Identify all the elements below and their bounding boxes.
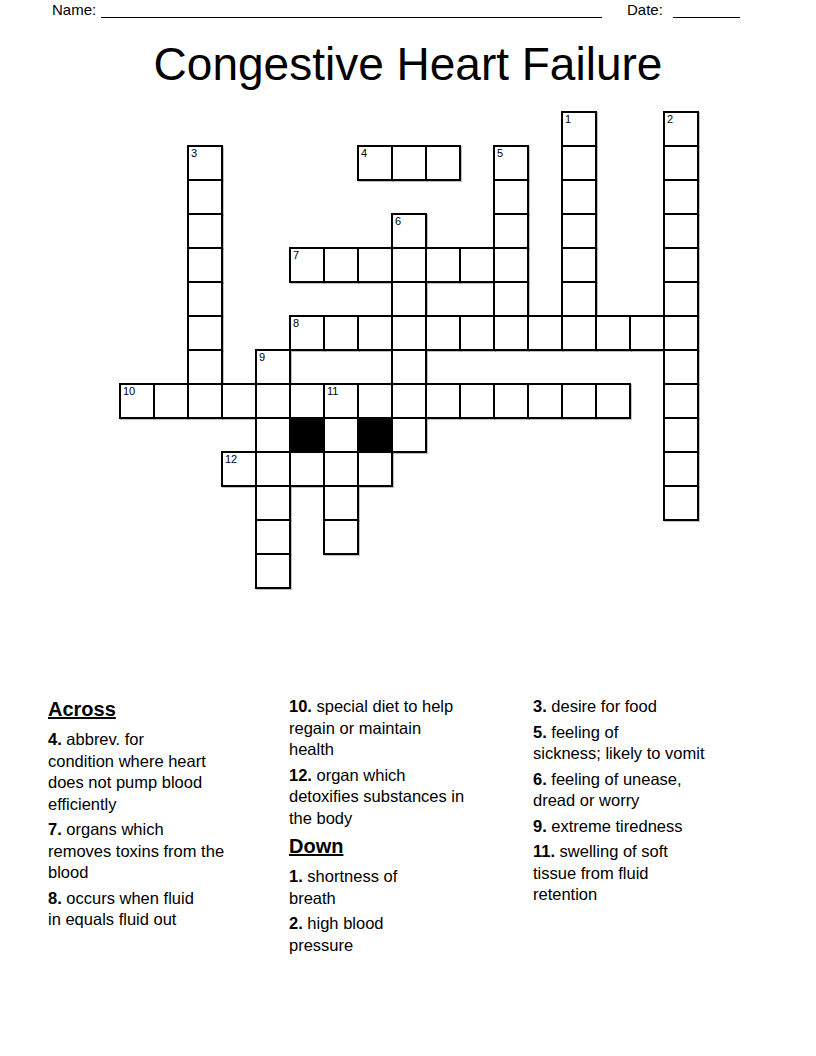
clue-text-line: retention (533, 884, 773, 906)
clue-2-down: 2. high bloodpressure (289, 913, 534, 956)
grid-cell[interactable] (255, 451, 291, 487)
crossword-worksheet: { "header": { "name_label": "Name:", "da… (0, 0, 816, 1056)
cell-number: 6 (395, 215, 401, 227)
grid-cell[interactable] (323, 519, 359, 555)
clue-column-2: 10. special diet to helpregain or mainta… (289, 696, 534, 960)
grid-cell[interactable] (357, 383, 393, 419)
clue-number: 7. (48, 820, 62, 838)
clue-text-line: 8. occurs when fluid (48, 888, 288, 910)
clue-text-line: 3. desire for food (533, 696, 773, 718)
grid-cell[interactable] (425, 145, 461, 181)
grid-cell[interactable] (391, 247, 427, 283)
clue-text-line: 6. feeling of unease, (533, 769, 773, 791)
grid-cell[interactable]: 7 (289, 247, 325, 283)
clue-text-line: 11. swelling of soft (533, 841, 773, 863)
clue-12-across: 12. organ whichdetoxifies substances int… (289, 765, 534, 830)
grid-cell[interactable] (561, 213, 597, 249)
clue-text-line: tissue from fluid (533, 863, 773, 885)
date-label: Date: (627, 1, 663, 18)
grid-cell[interactable] (391, 315, 427, 351)
clue-text-line: does not pump blood (48, 772, 288, 794)
clue-text-line: sickness; likely to vomit (533, 743, 773, 765)
grid-cell[interactable]: 9 (255, 349, 291, 385)
grid-cell[interactable] (663, 485, 699, 521)
clue-column-3: 3. desire for food 5. feeling ofsickness… (533, 696, 773, 910)
grid-cell[interactable] (663, 247, 699, 283)
grid-cell[interactable] (663, 179, 699, 215)
clue-column-1: Across 4. abbrev. forcondition where hea… (48, 696, 288, 935)
clue-number: 12. (289, 766, 312, 784)
clue-7-across: 7. organs whichremoves toxins from thebl… (48, 819, 288, 884)
grid-cell[interactable]: 8 (289, 315, 325, 351)
clue-text-line: 9. extreme tiredness (533, 816, 773, 838)
grid-cell[interactable] (595, 383, 631, 419)
clue-text-line: breath (289, 888, 534, 910)
grid-cell[interactable] (187, 383, 223, 419)
blocked-cell (357, 417, 393, 453)
name-label: Name: (52, 1, 96, 18)
clue-9-down: 9. extreme tiredness (533, 816, 773, 838)
grid-cell[interactable] (255, 485, 291, 521)
grid-cell[interactable] (255, 519, 291, 555)
cell-number: 2 (667, 113, 673, 125)
grid-cell[interactable] (357, 451, 393, 487)
grid-cell[interactable] (255, 553, 291, 589)
grid-cell[interactable] (187, 281, 223, 317)
grid-cell[interactable] (561, 281, 597, 317)
grid-cell[interactable] (425, 383, 461, 419)
across-heading: Across (48, 696, 288, 722)
grid-cell[interactable] (391, 281, 427, 317)
clue-text-line: 10. special diet to help (289, 696, 534, 718)
grid-cell[interactable] (187, 213, 223, 249)
grid-cell[interactable]: 10 (119, 383, 155, 419)
grid-cell[interactable] (323, 451, 359, 487)
grid-cell[interactable] (527, 315, 563, 351)
grid-cell[interactable] (629, 315, 665, 351)
clue-3-down: 3. desire for food (533, 696, 773, 718)
grid-cell[interactable] (459, 315, 495, 351)
grid-cell[interactable]: 3 (187, 145, 223, 181)
cell-number: 10 (123, 385, 135, 397)
clue-text-line: removes toxins from the (48, 841, 288, 863)
clue-6-down: 6. feeling of unease,dread or worry (533, 769, 773, 812)
grid-cell[interactable] (663, 417, 699, 453)
grid-cell[interactable] (221, 383, 257, 419)
clue-text-line: condition where heart (48, 751, 288, 773)
grid-cell[interactable] (391, 417, 427, 453)
clue-number: 9. (533, 817, 547, 835)
grid-cell[interactable] (425, 315, 461, 351)
name-blank-line[interactable] (101, 0, 602, 18)
clue-text-line: 7. organs which (48, 819, 288, 841)
clue-text-line: 12. organ which (289, 765, 534, 787)
grid-cell[interactable] (493, 281, 529, 317)
blocked-cell (289, 417, 325, 453)
grid-cell[interactable] (493, 383, 529, 419)
clue-text-line: 5. feeling of (533, 722, 773, 744)
clue-11-down: 11. swelling of softtissue from fluidret… (533, 841, 773, 906)
clue-text-line: 2. high blood (289, 913, 534, 935)
grid-cell[interactable] (323, 247, 359, 283)
down-heading: Down (289, 833, 534, 859)
clue-4-across: 4. abbrev. forcondition where heartdoes … (48, 729, 288, 815)
cell-number: 1 (565, 113, 571, 125)
grid-cell[interactable] (561, 145, 597, 181)
grid-cell[interactable] (493, 247, 529, 283)
cell-number: 12 (225, 453, 237, 465)
grid-cell[interactable] (323, 485, 359, 521)
clue-text-line: health (289, 739, 534, 761)
grid-cell[interactable] (595, 315, 631, 351)
grid-cell[interactable]: 12 (221, 451, 257, 487)
grid-cell[interactable] (323, 315, 359, 351)
grid-cell[interactable]: 5 (493, 145, 529, 181)
grid-cell[interactable] (391, 145, 427, 181)
grid-cell[interactable]: 11 (323, 383, 359, 419)
clue-text-line: 1. shortness of (289, 866, 534, 888)
crossword-grid: 123456789101112 (119, 111, 699, 591)
clue-number: 1. (289, 867, 303, 885)
cell-number: 9 (259, 351, 265, 363)
clue-number: 4. (48, 730, 62, 748)
clue-text-line: 4. abbrev. for (48, 729, 288, 751)
clue-text-line: the body (289, 808, 534, 830)
grid-cell[interactable] (459, 247, 495, 283)
clue-text-line: blood (48, 862, 288, 884)
grid-cell[interactable] (663, 145, 699, 181)
grid-cell[interactable] (187, 349, 223, 385)
clue-number: 5. (533, 723, 547, 741)
grid-cell[interactable] (561, 247, 597, 283)
cell-number: 8 (293, 317, 299, 329)
date-blank-line[interactable] (673, 0, 740, 18)
clue-number: 2. (289, 914, 303, 932)
clue-text-line: efficiently (48, 794, 288, 816)
clue-5-down: 5. feeling ofsickness; likely to vomit (533, 722, 773, 765)
grid-cell[interactable] (255, 417, 291, 453)
grid-cell[interactable] (561, 179, 597, 215)
grid-cell[interactable] (561, 315, 597, 351)
clue-text-line: regain or maintain (289, 718, 534, 740)
page-title: Congestive Heart Failure (0, 38, 816, 90)
cell-number: 7 (293, 249, 299, 261)
grid-cell[interactable] (187, 315, 223, 351)
grid-cell[interactable] (357, 247, 393, 283)
grid-cell[interactable] (663, 383, 699, 419)
grid-cell[interactable] (391, 349, 427, 385)
grid-cell[interactable] (187, 179, 223, 215)
grid-cell[interactable] (187, 247, 223, 283)
clue-text-line: pressure (289, 935, 534, 957)
grid-cell[interactable] (493, 179, 529, 215)
clue-number: 11. (533, 842, 555, 860)
grid-cell[interactable] (663, 281, 699, 317)
clue-number: 3. (533, 697, 547, 715)
clue-number: 10. (289, 697, 312, 715)
grid-cell[interactable] (493, 315, 529, 351)
grid-cell[interactable] (289, 451, 325, 487)
clue-1-down: 1. shortness ofbreath (289, 866, 534, 909)
cell-number: 3 (191, 147, 197, 159)
grid-cell[interactable] (255, 383, 291, 419)
clue-8-across: 8. occurs when fluidin equals fluid out (48, 888, 288, 931)
grid-cell[interactable] (493, 213, 529, 249)
grid-cell[interactable] (289, 383, 325, 419)
clue-text-line: detoxifies substances in (289, 786, 534, 808)
grid-cell[interactable] (663, 349, 699, 385)
clue-number: 6. (533, 770, 547, 788)
clue-10-across: 10. special diet to helpregain or mainta… (289, 696, 534, 761)
grid-cell[interactable] (561, 383, 597, 419)
clue-number: 8. (48, 889, 62, 907)
grid-cell[interactable] (391, 383, 427, 419)
grid-cell[interactable]: 2 (663, 111, 699, 147)
clue-text-line: dread or worry (533, 790, 773, 812)
cell-number: 11 (327, 385, 338, 397)
grid-cell[interactable] (323, 417, 359, 453)
cell-number: 4 (361, 147, 367, 159)
grid-cell[interactable] (663, 315, 699, 351)
grid-cell[interactable] (527, 383, 563, 419)
grid-cell[interactable] (425, 247, 461, 283)
grid-cell[interactable]: 4 (357, 145, 393, 181)
grid-cell[interactable] (357, 315, 393, 351)
grid-cell[interactable] (459, 383, 495, 419)
clue-text-line: in equals fluid out (48, 909, 288, 931)
grid-cell[interactable] (153, 383, 189, 419)
grid-cell[interactable] (663, 213, 699, 249)
cell-number: 5 (497, 147, 503, 159)
grid-cell[interactable] (663, 451, 699, 487)
grid-cell[interactable]: 1 (561, 111, 597, 147)
grid-cell[interactable]: 6 (391, 213, 427, 249)
